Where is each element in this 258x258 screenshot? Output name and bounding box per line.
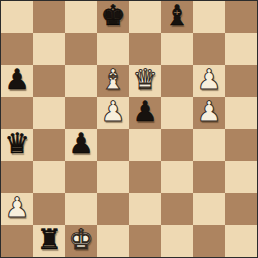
square-c2[interactable]: [65, 193, 97, 225]
white-pawn-icon[interactable]: ♟: [196, 96, 221, 128]
square-g5[interactable]: ♟: [193, 97, 225, 129]
square-e2[interactable]: [129, 193, 161, 225]
square-a3[interactable]: [1, 161, 33, 193]
square-b1[interactable]: ♜: [33, 225, 65, 257]
square-a1[interactable]: [1, 225, 33, 257]
black-pawn-icon[interactable]: ♟: [132, 96, 157, 128]
square-f4[interactable]: [161, 129, 193, 161]
square-e6[interactable]: ♛: [129, 65, 161, 97]
square-h8[interactable]: [225, 1, 257, 33]
black-king-icon[interactable]: ♚: [100, 0, 125, 32]
square-a8[interactable]: [1, 1, 33, 33]
square-h2[interactable]: [225, 193, 257, 225]
square-g4[interactable]: [193, 129, 225, 161]
square-h4[interactable]: [225, 129, 257, 161]
square-f7[interactable]: [161, 33, 193, 65]
square-d1[interactable]: [97, 225, 129, 257]
square-f1[interactable]: [161, 225, 193, 257]
white-king-icon[interactable]: ♚: [68, 224, 93, 256]
square-e5[interactable]: ♟: [129, 97, 161, 129]
square-d8[interactable]: ♚: [97, 1, 129, 33]
square-c7[interactable]: [65, 33, 97, 65]
square-c6[interactable]: [65, 65, 97, 97]
black-pawn-icon[interactable]: ♟: [4, 64, 29, 96]
square-c4[interactable]: ♟: [65, 129, 97, 161]
square-g1[interactable]: [193, 225, 225, 257]
square-e1[interactable]: [129, 225, 161, 257]
square-e8[interactable]: [129, 1, 161, 33]
white-pawn-icon[interactable]: ♟: [100, 96, 125, 128]
square-d3[interactable]: [97, 161, 129, 193]
square-a2[interactable]: ♟: [1, 193, 33, 225]
square-a4[interactable]: ♛: [1, 129, 33, 161]
square-g2[interactable]: [193, 193, 225, 225]
chess-board: ♚♝♟♝♛♟♟♟♟♛♟♟♜♚: [0, 0, 258, 258]
black-queen-icon[interactable]: ♛: [4, 128, 29, 160]
square-h1[interactable]: [225, 225, 257, 257]
square-g3[interactable]: [193, 161, 225, 193]
square-b3[interactable]: [33, 161, 65, 193]
square-c5[interactable]: [65, 97, 97, 129]
square-a5[interactable]: [1, 97, 33, 129]
square-g7[interactable]: [193, 33, 225, 65]
square-b5[interactable]: [33, 97, 65, 129]
black-rook-icon[interactable]: ♜: [36, 224, 61, 256]
chess-diagram: ♚♝♟♝♛♟♟♟♟♛♟♟♜♚: [0, 0, 258, 258]
square-d2[interactable]: [97, 193, 129, 225]
square-d6[interactable]: ♝: [97, 65, 129, 97]
square-b8[interactable]: [33, 1, 65, 33]
square-h6[interactable]: [225, 65, 257, 97]
square-b7[interactable]: [33, 33, 65, 65]
square-f6[interactable]: [161, 65, 193, 97]
white-bishop-icon[interactable]: ♝: [100, 64, 125, 96]
square-b2[interactable]: [33, 193, 65, 225]
white-pawn-icon[interactable]: ♟: [4, 192, 29, 224]
square-h3[interactable]: [225, 161, 257, 193]
square-g8[interactable]: [193, 1, 225, 33]
square-d4[interactable]: [97, 129, 129, 161]
square-d5[interactable]: ♟: [97, 97, 129, 129]
square-b6[interactable]: [33, 65, 65, 97]
square-a7[interactable]: [1, 33, 33, 65]
black-pawn-icon[interactable]: ♟: [68, 128, 93, 160]
square-g6[interactable]: ♟: [193, 65, 225, 97]
black-bishop-icon[interactable]: ♝: [164, 0, 189, 32]
square-a6[interactable]: ♟: [1, 65, 33, 97]
square-e3[interactable]: [129, 161, 161, 193]
square-e4[interactable]: [129, 129, 161, 161]
square-f3[interactable]: [161, 161, 193, 193]
square-e7[interactable]: [129, 33, 161, 65]
square-h5[interactable]: [225, 97, 257, 129]
white-pawn-icon[interactable]: ♟: [196, 64, 221, 96]
square-f2[interactable]: [161, 193, 193, 225]
square-c3[interactable]: [65, 161, 97, 193]
square-d7[interactable]: [97, 33, 129, 65]
square-f5[interactable]: [161, 97, 193, 129]
square-c8[interactable]: [65, 1, 97, 33]
square-h7[interactable]: [225, 33, 257, 65]
square-c1[interactable]: ♚: [65, 225, 97, 257]
white-queen-icon[interactable]: ♛: [132, 64, 157, 96]
square-f8[interactable]: ♝: [161, 1, 193, 33]
square-b4[interactable]: [33, 129, 65, 161]
